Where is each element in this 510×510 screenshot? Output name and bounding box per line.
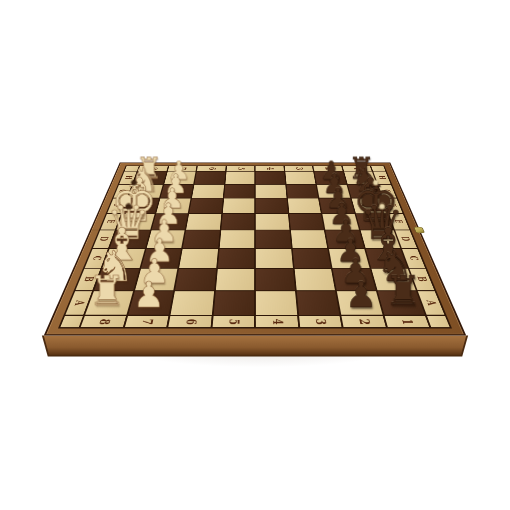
square-a5 <box>213 291 254 315</box>
square-e3 <box>289 214 324 230</box>
square-f6 <box>189 198 222 213</box>
square-h4 <box>256 172 285 184</box>
rank-label-bottom-4-text: 4 <box>270 319 284 325</box>
square-a6 <box>171 291 214 315</box>
brass-clasp <box>414 227 425 233</box>
square-e4 <box>256 214 289 230</box>
board-corner <box>427 316 450 327</box>
rank-label-top-5-text: 5 <box>236 167 245 170</box>
piece-black-pawn-a2: ♟ <box>345 278 377 312</box>
square-b5 <box>215 269 254 290</box>
square-a1: ♜ <box>377 291 425 315</box>
square-c4 <box>256 249 293 268</box>
square-g4 <box>256 184 287 197</box>
square-e5 <box>221 214 254 230</box>
chess-set-photo: 87654321H♜♟♟♜HG♞♟♟♞GF♝♟♟♝FE♚♟♟♚ED♛♟♟♛DC♝… <box>0 0 510 510</box>
square-a2: ♟ <box>337 291 382 315</box>
square-d3 <box>291 230 328 247</box>
file-label-right-a-text: A <box>424 300 437 305</box>
square-b3 <box>294 269 335 290</box>
square-a3 <box>296 291 339 315</box>
board-front-edge <box>42 336 468 357</box>
piece-black-rook-a1: ♜ <box>385 273 422 312</box>
square-b4 <box>256 269 295 290</box>
board-corner <box>60 316 83 327</box>
board-top-face: 87654321H♜♟♟♜HG♞♟♟♞GF♝♟♟♝FE♚♟♟♚ED♛♟♟♛DC♝… <box>44 162 466 335</box>
square-d4 <box>256 230 291 247</box>
chess-board: 87654321H♜♟♟♜HG♞♟♟♞GF♝♟♟♝FE♚♟♟♚ED♛♟♟♛DC♝… <box>44 162 466 335</box>
rank-label-top-3: 3 <box>284 166 313 171</box>
square-g6 <box>192 184 224 197</box>
square-a7: ♟ <box>128 291 173 315</box>
square-c6 <box>179 249 218 268</box>
square-g3 <box>286 184 318 197</box>
square-a8: ♜ <box>85 291 133 315</box>
square-c5 <box>217 249 254 268</box>
square-h3 <box>285 172 315 184</box>
rank-label-bottom-6: 6 <box>168 316 211 327</box>
rank-label-bottom-1: 1 <box>384 316 429 327</box>
rank-label-bottom-7-text: 7 <box>139 319 154 325</box>
rank-label-top-6-text: 6 <box>207 167 217 170</box>
square-f5 <box>222 198 254 213</box>
rank-label-bottom-3-text: 3 <box>313 319 327 325</box>
square-d6 <box>183 230 220 247</box>
rank-label-bottom-8-text: 8 <box>96 319 112 325</box>
rank-label-top-4-text: 4 <box>265 167 274 170</box>
square-f4 <box>256 198 288 213</box>
piece-white-pawn-a7: ♟ <box>133 278 165 312</box>
file-label-left-a-text: A <box>72 300 85 305</box>
rank-label-bottom-1-text: 1 <box>399 319 415 325</box>
board-grid: 87654321H♜♟♟♜HG♞♟♟♞GF♝♟♟♝FE♚♟♟♚ED♛♟♟♛DC♝… <box>58 165 452 328</box>
rank-label-bottom-2-text: 2 <box>356 319 371 325</box>
rank-label-top-5: 5 <box>226 166 254 171</box>
piece-white-rook-a8: ♜ <box>88 273 125 312</box>
rank-label-bottom-7: 7 <box>124 316 168 327</box>
square-g5 <box>224 184 255 197</box>
square-a4 <box>256 291 297 315</box>
rank-label-bottom-5-text: 5 <box>226 319 240 325</box>
rank-label-top-3-text: 3 <box>294 167 304 170</box>
square-h6 <box>195 172 225 184</box>
rank-label-bottom-2: 2 <box>341 316 385 327</box>
rank-label-bottom-4: 4 <box>256 316 298 327</box>
rank-label-bottom-6-text: 6 <box>183 319 197 325</box>
square-b6 <box>175 269 216 290</box>
square-f3 <box>288 198 321 213</box>
square-h5 <box>225 172 254 184</box>
square-c3 <box>292 249 331 268</box>
rank-label-bottom-5: 5 <box>212 316 254 327</box>
rank-label-bottom-3: 3 <box>299 316 342 327</box>
square-e6 <box>186 214 221 230</box>
rank-label-top-6: 6 <box>197 166 226 171</box>
rank-label-top-4: 4 <box>256 166 284 171</box>
rank-label-bottom-8: 8 <box>81 316 126 327</box>
square-d5 <box>219 230 254 247</box>
